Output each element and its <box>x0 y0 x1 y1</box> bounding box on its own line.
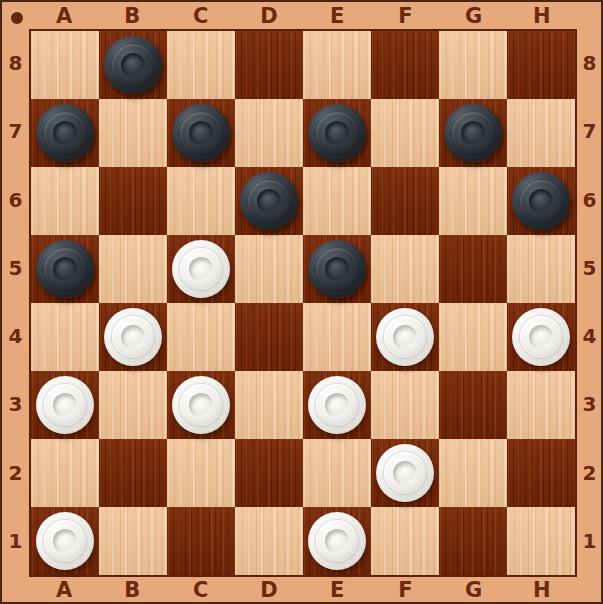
square-e3[interactable] <box>303 371 371 439</box>
square-f6[interactable] <box>371 167 439 235</box>
rank-label: 7 <box>2 97 29 165</box>
white-man[interactable] <box>36 376 94 434</box>
white-man[interactable] <box>308 376 366 434</box>
square-a4[interactable] <box>31 303 99 371</box>
black-man[interactable] <box>240 172 298 230</box>
file-label: E <box>303 2 371 29</box>
black-man[interactable] <box>104 36 162 94</box>
file-label: C <box>167 576 235 604</box>
rank-label: 7 <box>576 97 603 165</box>
square-g8[interactable] <box>439 31 507 99</box>
file-label: D <box>235 2 303 29</box>
rank-label: 8 <box>576 29 603 97</box>
square-a5[interactable] <box>31 235 99 303</box>
rank-label: 2 <box>576 439 603 507</box>
square-c7[interactable] <box>167 99 235 167</box>
file-label: B <box>98 576 166 604</box>
file-label: B <box>98 2 166 29</box>
square-h3[interactable] <box>507 371 575 439</box>
white-man[interactable] <box>36 512 94 570</box>
file-labels-top: A B C D E F G H <box>30 2 576 29</box>
file-label: A <box>30 2 98 29</box>
square-e2[interactable] <box>303 439 371 507</box>
square-a7[interactable] <box>31 99 99 167</box>
rank-label: 4 <box>2 302 29 370</box>
square-g4[interactable] <box>439 303 507 371</box>
square-d5[interactable] <box>235 235 303 303</box>
square-b5[interactable] <box>99 235 167 303</box>
square-b6[interactable] <box>99 167 167 235</box>
square-b8[interactable] <box>99 31 167 99</box>
file-label: H <box>508 2 576 29</box>
square-f2[interactable] <box>371 439 439 507</box>
square-d6[interactable] <box>235 167 303 235</box>
square-a2[interactable] <box>31 439 99 507</box>
square-e6[interactable] <box>303 167 371 235</box>
square-g6[interactable] <box>439 167 507 235</box>
black-man[interactable] <box>36 104 94 162</box>
white-man[interactable] <box>512 308 570 366</box>
square-h4[interactable] <box>507 303 575 371</box>
file-label: D <box>235 576 303 604</box>
square-h7[interactable] <box>507 99 575 167</box>
file-labels-bottom: A B C D E F G H <box>30 576 576 604</box>
square-f8[interactable] <box>371 31 439 99</box>
file-label: G <box>440 2 508 29</box>
square-g7[interactable] <box>439 99 507 167</box>
checkers-board-frame: A B C D E F G H A B C D E F G H 8 7 6 5 … <box>0 0 603 604</box>
square-a1[interactable] <box>31 507 99 575</box>
square-e4[interactable] <box>303 303 371 371</box>
square-c8[interactable] <box>167 31 235 99</box>
white-man[interactable] <box>376 444 434 502</box>
square-e1[interactable] <box>303 507 371 575</box>
black-man[interactable] <box>444 104 502 162</box>
rank-label: 1 <box>2 507 29 575</box>
square-g5[interactable] <box>439 235 507 303</box>
square-d8[interactable] <box>235 31 303 99</box>
square-f1[interactable] <box>371 507 439 575</box>
square-b4[interactable] <box>99 303 167 371</box>
black-man[interactable] <box>172 104 230 162</box>
white-man[interactable] <box>172 376 230 434</box>
rank-label: 5 <box>2 234 29 302</box>
square-f3[interactable] <box>371 371 439 439</box>
square-b1[interactable] <box>99 507 167 575</box>
square-d4[interactable] <box>235 303 303 371</box>
square-d7[interactable] <box>235 99 303 167</box>
square-d1[interactable] <box>235 507 303 575</box>
square-e8[interactable] <box>303 31 371 99</box>
file-label: F <box>371 2 439 29</box>
square-h5[interactable] <box>507 235 575 303</box>
square-g1[interactable] <box>439 507 507 575</box>
square-f4[interactable] <box>371 303 439 371</box>
square-c2[interactable] <box>167 439 235 507</box>
square-d2[interactable] <box>235 439 303 507</box>
file-label: E <box>303 576 371 604</box>
rank-label: 8 <box>2 29 29 97</box>
white-man[interactable] <box>376 308 434 366</box>
rank-labels-left: 8 7 6 5 4 3 2 1 <box>2 29 29 575</box>
square-b2[interactable] <box>99 439 167 507</box>
rank-label: 1 <box>576 507 603 575</box>
square-c4[interactable] <box>167 303 235 371</box>
file-label: G <box>440 576 508 604</box>
square-h2[interactable] <box>507 439 575 507</box>
square-a6[interactable] <box>31 167 99 235</box>
black-man[interactable] <box>36 240 94 298</box>
file-label: A <box>30 576 98 604</box>
rank-label: 3 <box>576 370 603 438</box>
rank-labels-right: 8 7 6 5 4 3 2 1 <box>576 29 603 575</box>
rank-label: 3 <box>2 370 29 438</box>
board-grid <box>29 29 577 577</box>
square-a8[interactable] <box>31 31 99 99</box>
square-a3[interactable] <box>31 371 99 439</box>
square-d3[interactable] <box>235 371 303 439</box>
black-man[interactable] <box>308 104 366 162</box>
rank-label: 6 <box>576 166 603 234</box>
square-h8[interactable] <box>507 31 575 99</box>
square-c5[interactable] <box>167 235 235 303</box>
black-man[interactable] <box>308 240 366 298</box>
file-label: F <box>371 576 439 604</box>
file-label: H <box>508 576 576 604</box>
rank-label: 2 <box>2 439 29 507</box>
square-f5[interactable] <box>371 235 439 303</box>
square-e7[interactable] <box>303 99 371 167</box>
square-g3[interactable] <box>439 371 507 439</box>
rank-label: 5 <box>576 234 603 302</box>
square-f7[interactable] <box>371 99 439 167</box>
square-c6[interactable] <box>167 167 235 235</box>
square-b7[interactable] <box>99 99 167 167</box>
rank-label: 4 <box>576 302 603 370</box>
square-g2[interactable] <box>439 439 507 507</box>
black-man[interactable] <box>512 172 570 230</box>
square-h6[interactable] <box>507 167 575 235</box>
rank-label: 6 <box>2 166 29 234</box>
square-b3[interactable] <box>99 371 167 439</box>
square-h1[interactable] <box>507 507 575 575</box>
move-indicator-dot <box>11 12 23 24</box>
file-label: C <box>167 2 235 29</box>
white-man[interactable] <box>172 240 230 298</box>
square-c1[interactable] <box>167 507 235 575</box>
white-man[interactable] <box>104 308 162 366</box>
square-c3[interactable] <box>167 371 235 439</box>
white-man[interactable] <box>308 512 366 570</box>
square-e5[interactable] <box>303 235 371 303</box>
